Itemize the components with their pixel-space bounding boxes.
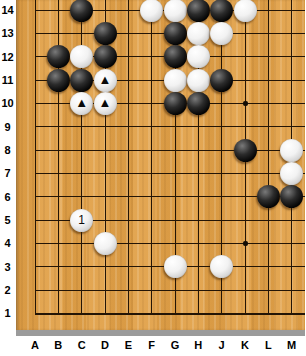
col-label-K: K (237, 339, 253, 351)
grid-line-h-2 (35, 290, 306, 291)
stone-black-D12 (94, 45, 117, 68)
stone-black-J14 (210, 0, 233, 22)
stone-white-H12 (187, 45, 210, 68)
stone-white-D4 (94, 232, 117, 255)
stone-black-H14 (187, 0, 210, 22)
stone-white-F14 (140, 0, 163, 22)
stone-white-C12 (70, 45, 93, 68)
row-label-3: 3 (0, 261, 15, 273)
stone-white-G3 (164, 255, 187, 278)
triangle-mark: ▲ (75, 96, 88, 109)
row-label-9: 9 (0, 121, 15, 133)
row-label-4: 4 (0, 237, 15, 249)
col-label-J: J (214, 339, 230, 351)
stone-white-D11: ▲ (94, 69, 117, 92)
stone-white-K14 (234, 0, 257, 22)
stone-black-G13 (164, 22, 187, 45)
stone-black-K8 (234, 139, 257, 162)
grid-line-h-1 (35, 313, 306, 315)
col-label-G: G (167, 339, 183, 351)
stone-black-B12 (47, 45, 70, 68)
stone-white-H11 (187, 69, 210, 92)
col-label-A: A (27, 339, 43, 351)
triangle-mark: ▲ (99, 73, 112, 86)
go-board[interactable]: ▲▲▲1 (16, 0, 305, 330)
stone-black-D13 (94, 22, 117, 45)
row-label-14: 14 (0, 4, 15, 16)
col-label-H: H (190, 339, 206, 351)
stone-black-G12 (164, 45, 187, 68)
stone-black-L6 (257, 185, 280, 208)
row-label-1: 1 (0, 307, 15, 319)
col-label-B: B (50, 339, 66, 351)
row-label-7: 7 (0, 167, 15, 179)
stone-white-M7 (280, 162, 303, 185)
stone-white-C5: 1 (70, 209, 93, 232)
stone-white-J3 (210, 255, 233, 278)
grid-line-h-9 (35, 126, 306, 127)
stone-white-M8 (280, 139, 303, 162)
stone-white-D10: ▲ (94, 92, 117, 115)
col-label-M: M (284, 339, 300, 351)
stone-white-G14 (164, 0, 187, 22)
stone-white-J13 (210, 22, 233, 45)
row-label-11: 11 (0, 74, 15, 86)
star-point-K4 (243, 241, 248, 246)
grid-line-v-A (35, 0, 36, 314)
stone-black-C11 (70, 69, 93, 92)
stone-black-H10 (187, 92, 210, 115)
row-label-2: 2 (0, 284, 15, 296)
stone-white-G11 (164, 69, 187, 92)
grid-line-v-F (151, 0, 152, 314)
grid-line-h-7 (35, 173, 306, 174)
stone-black-G10 (164, 92, 187, 115)
grid-line-h-4 (35, 243, 306, 244)
grid-line-h-8 (35, 150, 306, 151)
grid-line-v-E (128, 0, 129, 314)
go-diagram: ▲▲▲1 1413121110987654321ABCDEFGHJKLM (0, 0, 305, 356)
stone-black-C14 (70, 0, 93, 22)
board-edge-shadow (16, 330, 305, 336)
row-label-12: 12 (0, 51, 15, 63)
col-label-F: F (144, 339, 160, 351)
row-label-6: 6 (0, 191, 15, 203)
row-label-10: 10 (0, 97, 15, 109)
stone-black-J11 (210, 69, 233, 92)
stone-black-M6 (280, 185, 303, 208)
row-label-8: 8 (0, 144, 15, 156)
col-label-C: C (74, 339, 90, 351)
grid-line-v-L (268, 0, 269, 314)
move-number-label: 1 (78, 214, 85, 226)
col-label-L: L (260, 339, 276, 351)
col-label-D: D (97, 339, 113, 351)
row-label-5: 5 (0, 214, 15, 226)
row-label-13: 13 (0, 27, 15, 39)
stone-black-B11 (47, 69, 70, 92)
triangle-mark: ▲ (99, 96, 112, 109)
stone-white-C10: ▲ (70, 92, 93, 115)
star-point-K10 (243, 101, 248, 106)
stone-white-H13 (187, 22, 210, 45)
col-label-E: E (120, 339, 136, 351)
